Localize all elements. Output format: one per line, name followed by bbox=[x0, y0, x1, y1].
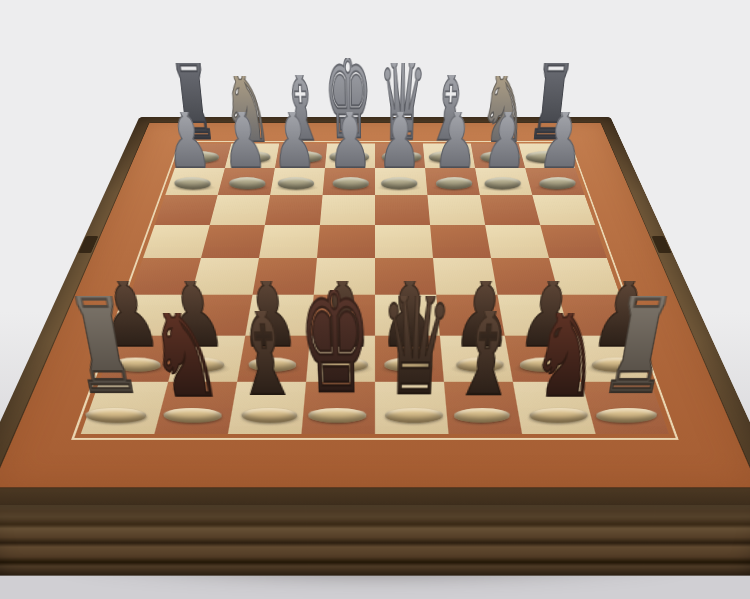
square-b3[interactable] bbox=[480, 195, 540, 225]
white-pawn-glyph: ♟ bbox=[269, 94, 318, 181]
piece-white-pawn-d2[interactable]: ♟ bbox=[372, 112, 428, 189]
piece-black-knight-g8[interactable]: ♞ bbox=[139, 313, 231, 422]
white-pawn-glyph: ♟ bbox=[432, 94, 481, 181]
white-pawn-glyph: ♟ bbox=[481, 94, 533, 181]
chess-box: ♜♞♝♚♛♝♞♜♟♟♟♟♟♟♟♟♟♟♟♟♟♟♟♟♜♞♝♚♛♝♞♜ bbox=[0, 117, 750, 505]
square-e3[interactable] bbox=[320, 195, 375, 225]
white-pawn-glyph: ♟ bbox=[378, 94, 424, 181]
square-h3[interactable] bbox=[155, 195, 218, 225]
square-a3[interactable] bbox=[532, 195, 595, 225]
white-pawn-glyph: ♟ bbox=[326, 94, 372, 181]
white-pawn-glyph: ♟ bbox=[217, 94, 269, 181]
product-photo-stage: ♜♞♝♚♛♝♞♜♟♟♟♟♟♟♟♟♟♟♟♟♟♟♟♟♜♞♝♚♛♝♞♜ bbox=[0, 0, 750, 599]
piece-white-pawn-b2[interactable]: ♟ bbox=[475, 112, 536, 189]
white-pawn-glyph: ♟ bbox=[536, 94, 591, 181]
square-f3[interactable] bbox=[265, 195, 323, 225]
camera-view: ♜♞♝♚♛♝♞♜♟♟♟♟♟♟♟♟♟♟♟♟♟♟♟♟♜♞♝♚♛♝♞♜ bbox=[0, 0, 750, 599]
piece-white-pawn-e2[interactable]: ♟ bbox=[322, 112, 378, 189]
piece-white-pawn-h2[interactable]: ♟ bbox=[156, 112, 220, 189]
piece-white-pawn-a2[interactable]: ♟ bbox=[530, 112, 594, 189]
piece-black-king-e8[interactable]: ♚ bbox=[293, 289, 375, 422]
square-c3[interactable] bbox=[427, 195, 485, 225]
white-pawn-glyph: ♟ bbox=[159, 94, 214, 181]
black-king-glyph: ♚ bbox=[295, 250, 371, 413]
square-d3[interactable] bbox=[375, 195, 430, 225]
box-front-panel bbox=[0, 504, 750, 575]
black-bishop-glyph: ♝ bbox=[450, 280, 526, 412]
piece-white-pawn-f2[interactable]: ♟ bbox=[264, 112, 323, 189]
black-knight-glyph: ♞ bbox=[138, 284, 226, 413]
square-g3[interactable] bbox=[210, 195, 270, 225]
piece-black-bishop-c8[interactable]: ♝ bbox=[444, 311, 531, 422]
black-bishop-glyph: ♝ bbox=[224, 280, 300, 412]
